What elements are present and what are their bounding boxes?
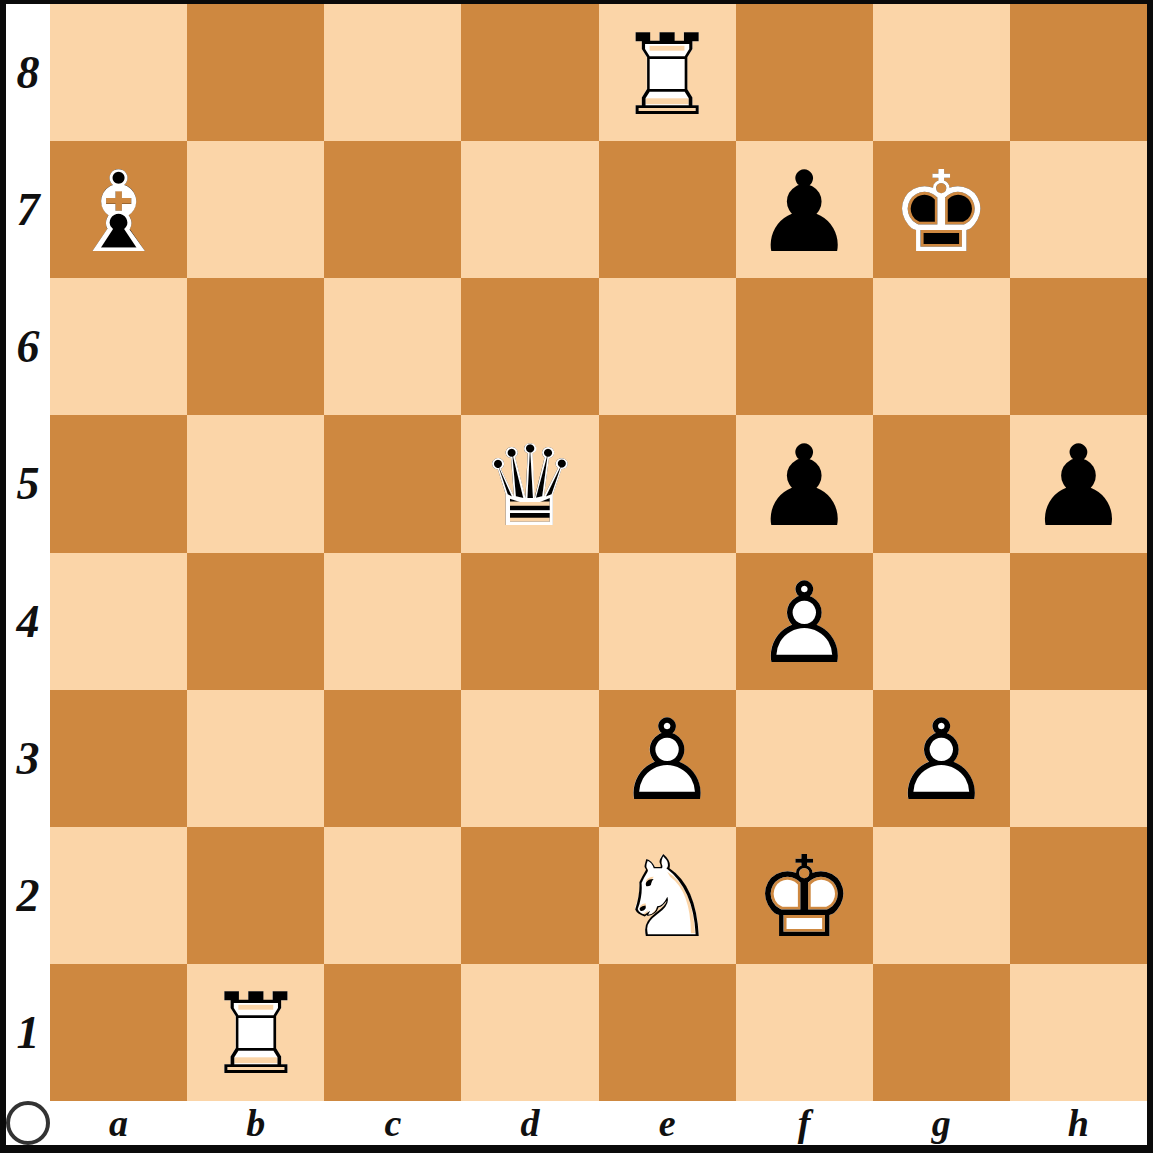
square-e3[interactable]: ♟♙ — [599, 690, 736, 827]
white-knight-e2[interactable]: ♞♘ — [599, 829, 736, 966]
square-d5[interactable]: ♛♕ — [461, 415, 598, 552]
square-h6[interactable] — [1010, 278, 1147, 415]
file-label-h: h — [1010, 1101, 1147, 1149]
square-g5[interactable] — [873, 415, 1010, 552]
square-c8[interactable] — [324, 4, 461, 141]
file-label-a: a — [50, 1101, 187, 1149]
square-g2[interactable] — [873, 827, 1010, 964]
square-f3[interactable] — [736, 690, 873, 827]
square-b7[interactable] — [187, 141, 324, 278]
square-c4[interactable] — [324, 553, 461, 690]
file-label-c: c — [324, 1101, 461, 1149]
square-f7[interactable]: ♟ — [736, 141, 873, 278]
square-d2[interactable] — [461, 827, 598, 964]
rank-label-5: 5 — [6, 415, 50, 552]
square-a4[interactable] — [50, 553, 187, 690]
file-label-e: e — [599, 1101, 736, 1149]
square-c5[interactable] — [324, 415, 461, 552]
rank-label-2: 2 — [6, 827, 50, 964]
square-f4[interactable]: ♟♙ — [736, 553, 873, 690]
knight-outline-icon: ♘ — [617, 841, 717, 953]
square-b6[interactable] — [187, 278, 324, 415]
rook-outline-icon: ♖ — [617, 19, 717, 131]
square-d4[interactable] — [461, 553, 598, 690]
white-rook-b1[interactable]: ♜♖ — [187, 966, 324, 1103]
square-a8[interactable] — [50, 4, 187, 141]
board-with-coordinates: 87654321 ♜♖♝♗♟♚♔♛♕♟♟♟♙♟♙♟♙♞♘♚♔♜♖ abcdefg… — [6, 4, 1147, 1145]
square-g4[interactable] — [873, 553, 1010, 690]
king-outline-icon: ♔ — [754, 841, 854, 953]
rank-label-1: 1 — [6, 964, 50, 1101]
rank-label-7: 7 — [6, 141, 50, 278]
black-pawn-h5[interactable]: ♟ — [1010, 417, 1147, 554]
square-b2[interactable] — [187, 827, 324, 964]
square-b3[interactable] — [187, 690, 324, 827]
square-e1[interactable] — [599, 964, 736, 1101]
black-king-g7[interactable]: ♚♔ — [873, 143, 1010, 280]
square-h2[interactable] — [1010, 827, 1147, 964]
square-e2[interactable]: ♞♘ — [599, 827, 736, 964]
board: ♜♖♝♗♟♚♔♛♕♟♟♟♙♟♙♟♙♞♘♚♔♜♖ — [50, 4, 1147, 1101]
square-b8[interactable] — [187, 4, 324, 141]
white-pawn-e3[interactable]: ♟♙ — [599, 692, 736, 829]
file-labels: abcdefgh — [50, 1101, 1147, 1145]
square-g7[interactable]: ♚♔ — [873, 141, 1010, 278]
square-f1[interactable] — [736, 964, 873, 1101]
black-pawn-f5[interactable]: ♟ — [736, 417, 873, 554]
black-queen-d5[interactable]: ♛♕ — [461, 417, 598, 554]
square-e4[interactable] — [599, 553, 736, 690]
square-g8[interactable] — [873, 4, 1010, 141]
king-outline-icon: ♔ — [891, 156, 991, 268]
square-c3[interactable] — [324, 690, 461, 827]
chessboard-frame: 87654321 ♜♖♝♗♟♚♔♛♕♟♟♟♙♟♙♟♙♞♘♚♔♜♖ abcdefg… — [0, 0, 1153, 1153]
black-pawn-f7[interactable]: ♟ — [736, 143, 873, 280]
rook-outline-icon: ♖ — [205, 978, 305, 1090]
bishop-outline-icon: ♗ — [68, 156, 168, 268]
square-e7[interactable] — [599, 141, 736, 278]
square-g1[interactable] — [873, 964, 1010, 1101]
square-f2[interactable]: ♚♔ — [736, 827, 873, 964]
square-e6[interactable] — [599, 278, 736, 415]
square-b1[interactable]: ♜♖ — [187, 964, 324, 1101]
square-c6[interactable] — [324, 278, 461, 415]
pawn-outline-icon: ♙ — [891, 704, 991, 816]
square-a5[interactable] — [50, 415, 187, 552]
rank-labels: 87654321 — [6, 4, 50, 1101]
pawn-outline-icon: ♙ — [617, 704, 717, 816]
square-g6[interactable] — [873, 278, 1010, 415]
rank-label-6: 6 — [6, 278, 50, 415]
pawn-icon: ♟ — [754, 430, 854, 542]
square-g3[interactable]: ♟♙ — [873, 690, 1010, 827]
square-d3[interactable] — [461, 690, 598, 827]
pawn-outline-icon: ♙ — [754, 567, 854, 679]
square-d6[interactable] — [461, 278, 598, 415]
square-a6[interactable] — [50, 278, 187, 415]
square-d7[interactable] — [461, 141, 598, 278]
square-f8[interactable] — [736, 4, 873, 141]
white-king-f2[interactable]: ♚♔ — [736, 829, 873, 966]
white-to-move-icon — [6, 1101, 50, 1145]
file-label-f: f — [736, 1101, 873, 1149]
white-rook-e8[interactable]: ♜♖ — [599, 6, 736, 143]
rank-label-4: 4 — [6, 553, 50, 690]
square-a1[interactable] — [50, 964, 187, 1101]
square-c1[interactable] — [324, 964, 461, 1101]
square-b5[interactable] — [187, 415, 324, 552]
file-label-b: b — [187, 1101, 324, 1149]
square-f6[interactable] — [736, 278, 873, 415]
square-b4[interactable] — [187, 553, 324, 690]
white-pawn-g3[interactable]: ♟♙ — [873, 692, 1010, 829]
square-a7[interactable]: ♝♗ — [50, 141, 187, 278]
square-h7[interactable] — [1010, 141, 1147, 278]
pawn-icon: ♟ — [1028, 430, 1128, 542]
rank-label-3: 3 — [6, 690, 50, 827]
square-h1[interactable] — [1010, 964, 1147, 1101]
black-bishop-a7[interactable]: ♝♗ — [50, 143, 187, 280]
square-a2[interactable] — [50, 827, 187, 964]
square-c2[interactable] — [324, 827, 461, 964]
queen-outline-icon: ♕ — [480, 430, 580, 542]
square-e8[interactable]: ♜♖ — [599, 4, 736, 141]
corner-cell — [6, 1101, 50, 1145]
file-label-g: g — [873, 1101, 1010, 1149]
square-e5[interactable] — [599, 415, 736, 552]
square-h5[interactable]: ♟ — [1010, 415, 1147, 552]
square-f5[interactable]: ♟ — [736, 415, 873, 552]
square-h4[interactable] — [1010, 553, 1147, 690]
square-h3[interactable] — [1010, 690, 1147, 827]
square-d8[interactable] — [461, 4, 598, 141]
file-label-d: d — [461, 1101, 598, 1149]
square-a3[interactable] — [50, 690, 187, 827]
square-h8[interactable] — [1010, 4, 1147, 141]
white-pawn-f4[interactable]: ♟♙ — [736, 555, 873, 692]
rank-label-8: 8 — [6, 4, 50, 141]
square-c7[interactable] — [324, 141, 461, 278]
square-d1[interactable] — [461, 964, 598, 1101]
pawn-icon: ♟ — [754, 156, 854, 268]
